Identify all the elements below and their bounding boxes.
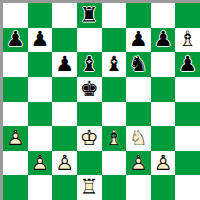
pawn-outline-glyph: ♙ [126,151,151,176]
square-b8[interactable] [28,3,53,28]
square-d8[interactable]: ♜ [77,3,102,28]
square-e8[interactable] [102,3,127,28]
piece-white-bishop[interactable]: ♝♗ [102,126,127,151]
square-e4[interactable] [102,102,127,127]
square-d6[interactable]: ♝ [77,52,102,77]
square-d7[interactable] [77,28,102,53]
knight-outline-glyph: ♘ [126,126,151,151]
square-b4[interactable] [28,102,53,127]
square-f3[interactable]: ♞♘ [126,126,151,151]
square-g5[interactable] [151,77,176,102]
piece-black-bishop[interactable]: ♝ [77,52,102,77]
square-a6[interactable] [3,52,28,77]
rook-outline-glyph: ♖ [77,175,102,200]
pawn-outline-glyph: ♙ [151,151,176,176]
pawn-outline-glyph: ♙ [52,151,77,176]
piece-white-bishop[interactable]: ♝♗ [175,28,200,53]
square-g2[interactable]: ♟♙ [151,151,176,176]
square-f7[interactable]: ♟ [126,28,151,53]
square-c8[interactable] [52,3,77,28]
square-e3[interactable]: ♝♗ [102,126,127,151]
piece-white-king[interactable]: ♚♔ [77,126,102,151]
square-e2[interactable] [102,151,127,176]
piece-white-pawn[interactable]: ♟♙ [28,151,53,176]
square-d4[interactable] [77,102,102,127]
square-f6[interactable]: ♞ [126,52,151,77]
chess-board: ♜♟♟♟♟♝♗♟♝♝♞♟♚♟♙♚♔♝♗♞♘♟♙♟♙♟♙♟♙♜♖ [3,3,200,200]
square-e5[interactable] [102,77,127,102]
square-h5[interactable] [175,77,200,102]
piece-white-pawn[interactable]: ♟♙ [52,151,77,176]
square-a7[interactable]: ♟ [3,28,28,53]
square-b7[interactable]: ♟ [28,28,53,53]
square-a2[interactable] [3,151,28,176]
square-g3[interactable] [151,126,176,151]
square-f8[interactable] [126,3,151,28]
square-b2[interactable]: ♟♙ [28,151,53,176]
square-g4[interactable] [151,102,176,127]
square-f4[interactable] [126,102,151,127]
square-h2[interactable] [175,151,200,176]
square-c3[interactable] [52,126,77,151]
square-f1[interactable] [126,175,151,200]
piece-black-pawn[interactable]: ♟ [175,52,200,77]
square-f2[interactable]: ♟♙ [126,151,151,176]
piece-black-pawn[interactable]: ♟ [151,28,176,53]
square-e6[interactable]: ♝ [102,52,127,77]
square-g1[interactable] [151,175,176,200]
square-f5[interactable] [126,77,151,102]
piece-black-pawn[interactable]: ♟ [28,28,53,53]
square-h6[interactable]: ♟ [175,52,200,77]
square-c1[interactable] [52,175,77,200]
pawn-outline-glyph: ♙ [3,126,28,151]
square-c2[interactable]: ♟♙ [52,151,77,176]
piece-white-pawn[interactable]: ♟♙ [151,151,176,176]
square-c5[interactable] [52,77,77,102]
square-g6[interactable] [151,52,176,77]
piece-black-bishop[interactable]: ♝ [102,52,127,77]
square-d2[interactable] [77,151,102,176]
square-a5[interactable] [3,77,28,102]
bishop-outline-glyph: ♗ [102,126,127,151]
square-c6[interactable]: ♟ [52,52,77,77]
square-a8[interactable] [3,3,28,28]
square-a1[interactable] [3,175,28,200]
piece-white-pawn[interactable]: ♟♙ [3,126,28,151]
square-h4[interactable] [175,102,200,127]
square-b1[interactable] [28,175,53,200]
square-e1[interactable] [102,175,127,200]
piece-black-knight[interactable]: ♞ [126,52,151,77]
piece-black-pawn[interactable]: ♟ [52,52,77,77]
king-outline-glyph: ♔ [77,126,102,151]
chess-board-frame: ♜♟♟♟♟♝♗♟♝♝♞♟♚♟♙♚♔♝♗♞♘♟♙♟♙♟♙♟♙♜♖ [0,0,200,200]
square-d3[interactable]: ♚♔ [77,126,102,151]
square-b3[interactable] [28,126,53,151]
square-b6[interactable] [28,52,53,77]
square-b5[interactable] [28,77,53,102]
square-c4[interactable] [52,102,77,127]
piece-white-rook[interactable]: ♜♖ [77,175,102,200]
square-a3[interactable]: ♟♙ [3,126,28,151]
square-h3[interactable] [175,126,200,151]
piece-white-pawn[interactable]: ♟♙ [126,151,151,176]
pawn-outline-glyph: ♙ [28,151,53,176]
square-h8[interactable] [175,3,200,28]
square-a4[interactable] [3,102,28,127]
piece-black-king[interactable]: ♚ [77,77,102,102]
square-d5[interactable]: ♚ [77,77,102,102]
square-g7[interactable]: ♟ [151,28,176,53]
square-c7[interactable] [52,28,77,53]
piece-black-pawn[interactable]: ♟ [3,28,28,53]
piece-white-knight[interactable]: ♞♘ [126,126,151,151]
piece-black-rook[interactable]: ♜ [77,3,102,28]
square-h1[interactable] [175,175,200,200]
piece-black-pawn[interactable]: ♟ [126,28,151,53]
square-h7[interactable]: ♝♗ [175,28,200,53]
bishop-outline-glyph: ♗ [175,28,200,53]
square-g8[interactable] [151,3,176,28]
square-d1[interactable]: ♜♖ [77,175,102,200]
square-e7[interactable] [102,28,127,53]
